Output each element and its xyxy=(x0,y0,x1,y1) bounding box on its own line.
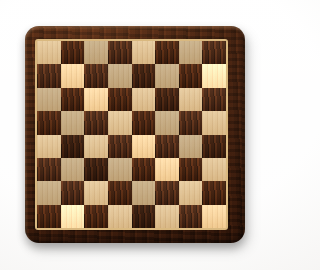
square-d7[interactable] xyxy=(108,64,132,87)
square-g1[interactable] xyxy=(179,205,203,228)
square-f6[interactable] xyxy=(155,88,179,111)
square-g2[interactable] xyxy=(179,181,203,204)
square-e4[interactable] xyxy=(132,135,156,158)
square-c4[interactable] xyxy=(84,135,108,158)
square-c1[interactable] xyxy=(84,205,108,228)
square-a3[interactable] xyxy=(37,158,61,181)
square-c3[interactable] xyxy=(84,158,108,181)
square-h2[interactable] xyxy=(202,181,226,204)
square-d4[interactable] xyxy=(108,135,132,158)
square-a1[interactable] xyxy=(37,205,61,228)
square-g6[interactable] xyxy=(179,88,203,111)
square-g7[interactable] xyxy=(179,64,203,87)
square-b5[interactable] xyxy=(61,111,85,134)
square-h5[interactable] xyxy=(202,111,226,134)
square-h6[interactable] xyxy=(202,88,226,111)
square-e5[interactable] xyxy=(132,111,156,134)
square-f7[interactable] xyxy=(155,64,179,87)
chess-board xyxy=(25,26,245,243)
square-e7[interactable] xyxy=(132,64,156,87)
square-g8[interactable] xyxy=(179,41,203,64)
square-g5[interactable] xyxy=(179,111,203,134)
photo-background xyxy=(0,0,270,270)
square-h4[interactable] xyxy=(202,135,226,158)
square-c5[interactable] xyxy=(84,111,108,134)
square-f1[interactable] xyxy=(155,205,179,228)
square-a2[interactable] xyxy=(37,181,61,204)
square-e1[interactable] xyxy=(132,205,156,228)
square-c7[interactable] xyxy=(84,64,108,87)
square-e2[interactable] xyxy=(132,181,156,204)
square-d1[interactable] xyxy=(108,205,132,228)
square-b6[interactable] xyxy=(61,88,85,111)
square-d6[interactable] xyxy=(108,88,132,111)
square-a7[interactable] xyxy=(37,64,61,87)
square-h1[interactable] xyxy=(202,205,226,228)
square-d5[interactable] xyxy=(108,111,132,134)
square-f4[interactable] xyxy=(155,135,179,158)
square-b2[interactable] xyxy=(61,181,85,204)
board-border-line xyxy=(35,39,228,230)
square-e8[interactable] xyxy=(132,41,156,64)
square-e3[interactable] xyxy=(132,158,156,181)
square-c6[interactable] xyxy=(84,88,108,111)
square-a8[interactable] xyxy=(37,41,61,64)
square-b8[interactable] xyxy=(61,41,85,64)
square-g3[interactable] xyxy=(179,158,203,181)
square-a6[interactable] xyxy=(37,88,61,111)
square-e6[interactable] xyxy=(132,88,156,111)
square-f5[interactable] xyxy=(155,111,179,134)
square-h7[interactable] xyxy=(202,64,226,87)
square-b3[interactable] xyxy=(61,158,85,181)
square-b1[interactable] xyxy=(61,205,85,228)
square-b7[interactable] xyxy=(61,64,85,87)
square-b4[interactable] xyxy=(61,135,85,158)
square-c8[interactable] xyxy=(84,41,108,64)
square-h3[interactable] xyxy=(202,158,226,181)
square-f2[interactable] xyxy=(155,181,179,204)
square-h8[interactable] xyxy=(202,41,226,64)
square-a5[interactable] xyxy=(37,111,61,134)
square-f8[interactable] xyxy=(155,41,179,64)
board-grid xyxy=(37,41,226,228)
square-f3[interactable] xyxy=(155,158,179,181)
square-a4[interactable] xyxy=(37,135,61,158)
square-g4[interactable] xyxy=(179,135,203,158)
square-d2[interactable] xyxy=(108,181,132,204)
square-c2[interactable] xyxy=(84,181,108,204)
square-d8[interactable] xyxy=(108,41,132,64)
square-d3[interactable] xyxy=(108,158,132,181)
